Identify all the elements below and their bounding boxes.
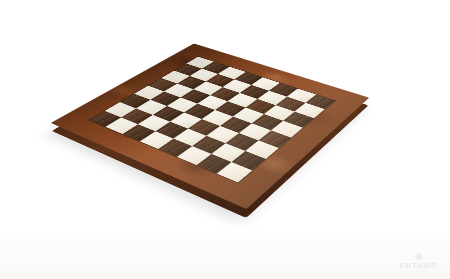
square-e2 <box>173 129 206 147</box>
square-e3 <box>188 119 220 136</box>
square-g1 <box>197 154 232 174</box>
square-h4 <box>259 130 292 148</box>
square-c2 <box>138 115 170 131</box>
square-g5 <box>252 114 283 130</box>
perspective-container <box>0 0 450 279</box>
square-g3 <box>226 133 259 151</box>
chess-board <box>51 43 370 209</box>
square-a1 <box>89 111 121 127</box>
square-d3 <box>170 112 202 128</box>
square-f1 <box>177 146 211 165</box>
square-h5 <box>271 121 303 138</box>
square-h6 <box>283 112 314 128</box>
square-e4 <box>202 110 233 126</box>
square-e1 <box>158 139 192 157</box>
square-h2 <box>231 151 265 170</box>
product-photo-background: ❋ FUTURO <box>0 0 450 279</box>
square-d2 <box>155 122 188 139</box>
square-h3 <box>245 140 278 159</box>
square-h1 <box>217 162 252 182</box>
square-g4 <box>239 123 271 140</box>
square-g2 <box>211 143 245 162</box>
board-frame <box>51 43 370 209</box>
square-f2 <box>192 136 225 154</box>
square-f3 <box>206 126 239 143</box>
square-d1 <box>140 131 173 149</box>
square-c1 <box>122 124 155 141</box>
square-b2 <box>121 108 153 124</box>
square-f4 <box>220 117 252 134</box>
square-b1 <box>105 117 137 134</box>
